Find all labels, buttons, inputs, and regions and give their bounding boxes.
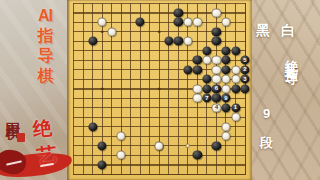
- black-stone: 2: [240, 65, 249, 74]
- star-point: [101, 87, 104, 90]
- black-stone: [240, 84, 249, 93]
- title-char: 导: [30, 46, 60, 66]
- go-board: 52367941: [67, 0, 252, 180]
- logo-seal-stamp: [17, 133, 25, 142]
- black-player-header: 黑: [256, 22, 270, 40]
- star-point: [158, 87, 161, 90]
- player-info-panel: 黑 白 绝艺指导F 9段: [252, 0, 320, 180]
- star-point: [101, 30, 104, 33]
- star-point: [158, 30, 161, 33]
- black-stone: 3: [240, 74, 249, 83]
- title-char: 指: [30, 26, 60, 46]
- logo-char-jue: 绝: [32, 115, 53, 143]
- move-number-label: 2: [243, 67, 246, 73]
- move-number-label: 4: [215, 105, 218, 111]
- title-char: 棋: [30, 66, 60, 86]
- white-player-header: 白: [281, 22, 295, 40]
- black-stone: 5: [240, 55, 249, 64]
- video-frame: AI指导棋 围棋 绝 艺 52367941 黑 白 绝艺指导F 9段: [0, 0, 320, 180]
- white-player-name: 绝艺指导F: [282, 50, 300, 146]
- black-player-rank: 9段: [257, 106, 275, 146]
- move-number-label: 3: [243, 76, 246, 82]
- video-title: AI指导棋: [30, 6, 60, 86]
- ai-hint-marker: [186, 143, 191, 148]
- channel-logo: 围棋 绝 艺: [0, 106, 67, 180]
- move-number-label: 6: [215, 86, 218, 92]
- left-caption-panel: AI指导棋 围棋 绝 艺: [0, 0, 67, 180]
- logo-text-weiqi: 围棋: [4, 110, 22, 116]
- move-number-label: 9: [224, 95, 227, 101]
- title-char: AI: [30, 6, 60, 26]
- move-number-label: 5: [243, 57, 246, 63]
- move-number-label: 1: [234, 105, 237, 111]
- move-number-label: 7: [205, 95, 208, 101]
